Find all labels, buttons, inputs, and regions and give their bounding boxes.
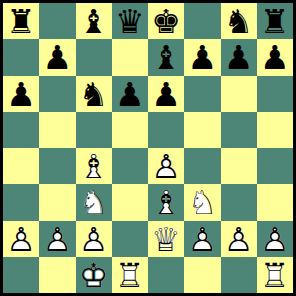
piece-black-pawn[interactable]: ♟ bbox=[221, 39, 257, 75]
square-d8[interactable]: ♛ bbox=[112, 3, 148, 39]
square-f6[interactable] bbox=[184, 76, 220, 112]
square-b2[interactable]: ♟♙ bbox=[39, 221, 75, 257]
square-e3[interactable]: ♝♗ bbox=[148, 184, 184, 220]
square-f4[interactable] bbox=[184, 148, 220, 184]
square-g5[interactable] bbox=[221, 112, 257, 148]
piece-white-pawn[interactable]: ♟♙ bbox=[148, 148, 184, 184]
square-h4[interactable] bbox=[257, 148, 293, 184]
square-e1[interactable] bbox=[148, 257, 184, 293]
piece-black-knight[interactable]: ♞ bbox=[221, 3, 257, 39]
square-e5[interactable] bbox=[148, 112, 184, 148]
square-b4[interactable] bbox=[39, 148, 75, 184]
square-f7[interactable]: ♟ bbox=[184, 39, 220, 75]
square-b3[interactable] bbox=[39, 184, 75, 220]
square-a4[interactable] bbox=[3, 148, 39, 184]
square-a3[interactable] bbox=[3, 184, 39, 220]
square-g4[interactable] bbox=[221, 148, 257, 184]
square-a2[interactable]: ♟♙ bbox=[3, 221, 39, 257]
square-c5[interactable] bbox=[76, 112, 112, 148]
square-d1[interactable]: ♜♖ bbox=[112, 257, 148, 293]
square-f8[interactable] bbox=[184, 3, 220, 39]
piece-black-knight[interactable]: ♞ bbox=[76, 76, 112, 112]
piece-white-pawn[interactable]: ♟♙ bbox=[39, 221, 75, 257]
square-e2[interactable]: ♛♕ bbox=[148, 221, 184, 257]
piece-white-knight[interactable]: ♞♘ bbox=[184, 184, 220, 220]
piece-white-pawn[interactable]: ♟♙ bbox=[257, 221, 293, 257]
square-h2[interactable]: ♟♙ bbox=[257, 221, 293, 257]
piece-black-king[interactable]: ♚ bbox=[148, 3, 184, 39]
square-h5[interactable] bbox=[257, 112, 293, 148]
square-c3[interactable]: ♞♘ bbox=[76, 184, 112, 220]
square-d4[interactable] bbox=[112, 148, 148, 184]
square-c4[interactable]: ♝♗ bbox=[76, 148, 112, 184]
square-h1[interactable]: ♜♖ bbox=[257, 257, 293, 293]
piece-black-pawn[interactable]: ♟ bbox=[148, 76, 184, 112]
square-c1[interactable]: ♚♔ bbox=[76, 257, 112, 293]
square-d7[interactable] bbox=[112, 39, 148, 75]
square-h8[interactable]: ♜ bbox=[257, 3, 293, 39]
chess-board-frame: ♜♝♛♚♞♜♟♝♟♟♟♟♞♟♟♝♗♟♙♞♘♝♗♞♘♟♙♟♙♟♙♛♕♟♙♟♙♟♙♚… bbox=[0, 0, 296, 296]
square-b6[interactable] bbox=[39, 76, 75, 112]
piece-black-rook[interactable]: ♜ bbox=[3, 3, 39, 39]
piece-black-bishop[interactable]: ♝ bbox=[148, 39, 184, 75]
square-a6[interactable]: ♟ bbox=[3, 76, 39, 112]
square-e4[interactable]: ♟♙ bbox=[148, 148, 184, 184]
piece-white-pawn[interactable]: ♟♙ bbox=[184, 221, 220, 257]
piece-white-bishop[interactable]: ♝♗ bbox=[148, 184, 184, 220]
piece-white-rook[interactable]: ♜♖ bbox=[112, 257, 148, 293]
square-d3[interactable] bbox=[112, 184, 148, 220]
piece-black-pawn[interactable]: ♟ bbox=[112, 76, 148, 112]
square-c2[interactable]: ♟♙ bbox=[76, 221, 112, 257]
piece-white-king[interactable]: ♚♔ bbox=[76, 257, 112, 293]
square-f2[interactable]: ♟♙ bbox=[184, 221, 220, 257]
square-a8[interactable]: ♜ bbox=[3, 3, 39, 39]
square-e7[interactable]: ♝ bbox=[148, 39, 184, 75]
square-a5[interactable] bbox=[3, 112, 39, 148]
piece-white-pawn[interactable]: ♟♙ bbox=[3, 221, 39, 257]
piece-white-pawn[interactable]: ♟♙ bbox=[221, 221, 257, 257]
piece-black-queen[interactable]: ♛ bbox=[112, 3, 148, 39]
square-f5[interactable] bbox=[184, 112, 220, 148]
square-c7[interactable] bbox=[76, 39, 112, 75]
square-a1[interactable] bbox=[3, 257, 39, 293]
square-b8[interactable] bbox=[39, 3, 75, 39]
chess-board: ♜♝♛♚♞♜♟♝♟♟♟♟♞♟♟♝♗♟♙♞♘♝♗♞♘♟♙♟♙♟♙♛♕♟♙♟♙♟♙♚… bbox=[3, 3, 293, 293]
square-h6[interactable] bbox=[257, 76, 293, 112]
square-b5[interactable] bbox=[39, 112, 75, 148]
piece-black-pawn[interactable]: ♟ bbox=[3, 76, 39, 112]
piece-white-rook[interactable]: ♜♖ bbox=[257, 257, 293, 293]
square-b7[interactable]: ♟ bbox=[39, 39, 75, 75]
square-g3[interactable] bbox=[221, 184, 257, 220]
piece-black-pawn[interactable]: ♟ bbox=[184, 39, 220, 75]
square-f3[interactable]: ♞♘ bbox=[184, 184, 220, 220]
piece-white-queen[interactable]: ♛♕ bbox=[148, 221, 184, 257]
square-g8[interactable]: ♞ bbox=[221, 3, 257, 39]
square-b1[interactable] bbox=[39, 257, 75, 293]
square-a7[interactable] bbox=[3, 39, 39, 75]
piece-black-bishop[interactable]: ♝ bbox=[76, 3, 112, 39]
piece-white-bishop[interactable]: ♝♗ bbox=[76, 148, 112, 184]
square-h7[interactable]: ♟ bbox=[257, 39, 293, 75]
square-c8[interactable]: ♝ bbox=[76, 3, 112, 39]
square-d5[interactable] bbox=[112, 112, 148, 148]
square-f1[interactable] bbox=[184, 257, 220, 293]
square-d2[interactable] bbox=[112, 221, 148, 257]
piece-black-rook[interactable]: ♜ bbox=[257, 3, 293, 39]
square-c6[interactable]: ♞ bbox=[76, 76, 112, 112]
piece-white-knight[interactable]: ♞♘ bbox=[76, 184, 112, 220]
square-g6[interactable] bbox=[221, 76, 257, 112]
square-h3[interactable] bbox=[257, 184, 293, 220]
square-g1[interactable] bbox=[221, 257, 257, 293]
piece-white-pawn[interactable]: ♟♙ bbox=[76, 221, 112, 257]
piece-black-pawn[interactable]: ♟ bbox=[39, 39, 75, 75]
square-e8[interactable]: ♚ bbox=[148, 3, 184, 39]
square-d6[interactable]: ♟ bbox=[112, 76, 148, 112]
square-e6[interactable]: ♟ bbox=[148, 76, 184, 112]
piece-black-pawn[interactable]: ♟ bbox=[257, 39, 293, 75]
square-g2[interactable]: ♟♙ bbox=[221, 221, 257, 257]
square-g7[interactable]: ♟ bbox=[221, 39, 257, 75]
